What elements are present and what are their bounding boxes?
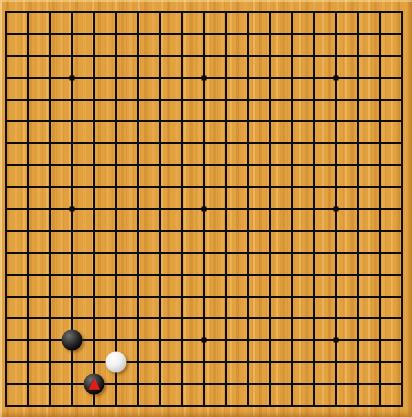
intersection-R15[interactable] bbox=[347, 89, 369, 111]
intersection-J10[interactable] bbox=[171, 198, 193, 220]
intersection-T7[interactable] bbox=[391, 264, 412, 286]
intersection-T12[interactable] bbox=[391, 154, 412, 176]
black-stone-D4[interactable] bbox=[62, 330, 83, 351]
intersection-Q14[interactable] bbox=[325, 110, 347, 132]
intersection-B14[interactable] bbox=[17, 110, 39, 132]
intersection-K19[interactable] bbox=[193, 1, 215, 23]
intersection-F2[interactable] bbox=[105, 373, 127, 395]
intersection-G15[interactable] bbox=[127, 89, 149, 111]
intersection-P2[interactable] bbox=[303, 373, 325, 395]
intersection-P3[interactable] bbox=[303, 351, 325, 373]
intersection-E9[interactable] bbox=[83, 220, 105, 242]
intersection-F18[interactable] bbox=[105, 23, 127, 45]
intersection-H7[interactable] bbox=[149, 264, 171, 286]
black-stone-E2[interactable]: ▲ bbox=[84, 374, 105, 395]
intersection-E10[interactable] bbox=[83, 198, 105, 220]
intersection-Q11[interactable] bbox=[325, 176, 347, 198]
intersection-F1[interactable] bbox=[105, 395, 127, 417]
intersection-L19[interactable] bbox=[215, 1, 237, 23]
intersection-C2[interactable] bbox=[39, 373, 61, 395]
intersection-R6[interactable] bbox=[347, 286, 369, 308]
intersection-B9[interactable] bbox=[17, 220, 39, 242]
intersection-C1[interactable] bbox=[39, 395, 61, 417]
intersection-H16[interactable] bbox=[149, 67, 171, 89]
intersection-P17[interactable] bbox=[303, 45, 325, 67]
intersection-Q15[interactable] bbox=[325, 89, 347, 111]
intersection-H18[interactable] bbox=[149, 23, 171, 45]
intersection-M7[interactable] bbox=[237, 264, 259, 286]
intersection-O14[interactable] bbox=[281, 110, 303, 132]
intersection-K4[interactable] bbox=[193, 329, 215, 351]
intersection-H4[interactable] bbox=[149, 329, 171, 351]
intersection-H8[interactable] bbox=[149, 242, 171, 264]
intersection-H5[interactable] bbox=[149, 307, 171, 329]
intersection-E19[interactable] bbox=[83, 1, 105, 23]
intersection-R8[interactable] bbox=[347, 242, 369, 264]
intersection-L6[interactable] bbox=[215, 286, 237, 308]
intersection-T8[interactable] bbox=[391, 242, 412, 264]
intersection-L1[interactable] bbox=[215, 395, 237, 417]
intersection-R1[interactable] bbox=[347, 395, 369, 417]
intersection-B4[interactable] bbox=[17, 329, 39, 351]
intersection-Q4[interactable] bbox=[325, 329, 347, 351]
intersection-E1[interactable] bbox=[83, 395, 105, 417]
intersection-K13[interactable] bbox=[193, 132, 215, 154]
intersection-K8[interactable] bbox=[193, 242, 215, 264]
intersection-R17[interactable] bbox=[347, 45, 369, 67]
intersection-A10[interactable] bbox=[0, 198, 17, 220]
intersection-Q5[interactable] bbox=[325, 307, 347, 329]
intersection-L15[interactable] bbox=[215, 89, 237, 111]
intersection-A15[interactable] bbox=[0, 89, 17, 111]
intersection-S1[interactable] bbox=[369, 395, 391, 417]
intersection-Q17[interactable] bbox=[325, 45, 347, 67]
intersection-R3[interactable] bbox=[347, 351, 369, 373]
intersection-D17[interactable] bbox=[61, 45, 83, 67]
intersection-Q16[interactable] bbox=[325, 67, 347, 89]
intersection-J15[interactable] bbox=[171, 89, 193, 111]
intersection-D13[interactable] bbox=[61, 132, 83, 154]
intersection-M10[interactable] bbox=[237, 198, 259, 220]
intersection-N16[interactable] bbox=[259, 67, 281, 89]
intersection-Q7[interactable] bbox=[325, 264, 347, 286]
intersection-F12[interactable] bbox=[105, 154, 127, 176]
intersection-G5[interactable] bbox=[127, 307, 149, 329]
intersection-M8[interactable] bbox=[237, 242, 259, 264]
intersection-S9[interactable] bbox=[369, 220, 391, 242]
intersection-R10[interactable] bbox=[347, 198, 369, 220]
intersection-N5[interactable] bbox=[259, 307, 281, 329]
intersection-A9[interactable] bbox=[0, 220, 17, 242]
intersection-L18[interactable] bbox=[215, 23, 237, 45]
intersection-O4[interactable] bbox=[281, 329, 303, 351]
intersection-C8[interactable] bbox=[39, 242, 61, 264]
intersection-G7[interactable] bbox=[127, 264, 149, 286]
intersection-H17[interactable] bbox=[149, 45, 171, 67]
intersection-N15[interactable] bbox=[259, 89, 281, 111]
intersection-B16[interactable] bbox=[17, 67, 39, 89]
intersection-L17[interactable] bbox=[215, 45, 237, 67]
intersection-H2[interactable] bbox=[149, 373, 171, 395]
intersection-Q1[interactable] bbox=[325, 395, 347, 417]
intersection-F7[interactable] bbox=[105, 264, 127, 286]
intersection-L10[interactable] bbox=[215, 198, 237, 220]
intersection-H11[interactable] bbox=[149, 176, 171, 198]
intersection-J7[interactable] bbox=[171, 264, 193, 286]
intersection-G11[interactable] bbox=[127, 176, 149, 198]
intersection-R19[interactable] bbox=[347, 1, 369, 23]
intersection-G14[interactable] bbox=[127, 110, 149, 132]
intersection-S18[interactable] bbox=[369, 23, 391, 45]
intersection-H6[interactable] bbox=[149, 286, 171, 308]
intersection-N11[interactable] bbox=[259, 176, 281, 198]
intersection-J4[interactable] bbox=[171, 329, 193, 351]
intersection-E13[interactable] bbox=[83, 132, 105, 154]
intersection-S12[interactable] bbox=[369, 154, 391, 176]
intersection-K3[interactable] bbox=[193, 351, 215, 373]
intersection-S2[interactable] bbox=[369, 373, 391, 395]
intersection-F5[interactable] bbox=[105, 307, 127, 329]
intersection-N2[interactable] bbox=[259, 373, 281, 395]
intersection-E3[interactable] bbox=[83, 351, 105, 373]
intersection-J19[interactable] bbox=[171, 1, 193, 23]
intersection-N12[interactable] bbox=[259, 154, 281, 176]
intersection-E12[interactable] bbox=[83, 154, 105, 176]
intersection-T4[interactable] bbox=[391, 329, 412, 351]
intersection-J17[interactable] bbox=[171, 45, 193, 67]
intersection-S10[interactable] bbox=[369, 198, 391, 220]
intersection-H1[interactable] bbox=[149, 395, 171, 417]
intersection-Q6[interactable] bbox=[325, 286, 347, 308]
intersection-A3[interactable] bbox=[0, 351, 17, 373]
intersection-M17[interactable] bbox=[237, 45, 259, 67]
intersection-B11[interactable] bbox=[17, 176, 39, 198]
intersection-B8[interactable] bbox=[17, 242, 39, 264]
intersection-M4[interactable] bbox=[237, 329, 259, 351]
intersection-K5[interactable] bbox=[193, 307, 215, 329]
intersection-E8[interactable] bbox=[83, 242, 105, 264]
intersection-A2[interactable] bbox=[0, 373, 17, 395]
intersection-M11[interactable] bbox=[237, 176, 259, 198]
intersection-J11[interactable] bbox=[171, 176, 193, 198]
intersection-G2[interactable] bbox=[127, 373, 149, 395]
intersection-H19[interactable] bbox=[149, 1, 171, 23]
intersection-T6[interactable] bbox=[391, 286, 412, 308]
intersection-D12[interactable] bbox=[61, 154, 83, 176]
intersection-T14[interactable] bbox=[391, 110, 412, 132]
intersection-S3[interactable] bbox=[369, 351, 391, 373]
intersection-G17[interactable] bbox=[127, 45, 149, 67]
intersection-O11[interactable] bbox=[281, 176, 303, 198]
intersection-O6[interactable] bbox=[281, 286, 303, 308]
intersection-D16[interactable] bbox=[61, 67, 83, 89]
intersection-T10[interactable] bbox=[391, 198, 412, 220]
intersection-B13[interactable] bbox=[17, 132, 39, 154]
intersection-S16[interactable] bbox=[369, 67, 391, 89]
intersection-B3[interactable] bbox=[17, 351, 39, 373]
intersection-D10[interactable] bbox=[61, 198, 83, 220]
intersection-O7[interactable] bbox=[281, 264, 303, 286]
intersection-N18[interactable] bbox=[259, 23, 281, 45]
intersection-A14[interactable] bbox=[0, 110, 17, 132]
intersection-M13[interactable] bbox=[237, 132, 259, 154]
intersection-T19[interactable] bbox=[391, 1, 412, 23]
intersection-M15[interactable] bbox=[237, 89, 259, 111]
intersection-J6[interactable] bbox=[171, 286, 193, 308]
intersection-S11[interactable] bbox=[369, 176, 391, 198]
intersection-D1[interactable] bbox=[61, 395, 83, 417]
intersection-H9[interactable] bbox=[149, 220, 171, 242]
intersection-J12[interactable] bbox=[171, 154, 193, 176]
intersection-C15[interactable] bbox=[39, 89, 61, 111]
intersection-O15[interactable] bbox=[281, 89, 303, 111]
intersection-M9[interactable] bbox=[237, 220, 259, 242]
intersection-J5[interactable] bbox=[171, 307, 193, 329]
intersection-M19[interactable] bbox=[237, 1, 259, 23]
intersection-F17[interactable] bbox=[105, 45, 127, 67]
intersection-K7[interactable] bbox=[193, 264, 215, 286]
intersection-P14[interactable] bbox=[303, 110, 325, 132]
intersection-A18[interactable] bbox=[0, 23, 17, 45]
intersection-D19[interactable] bbox=[61, 1, 83, 23]
intersection-Q19[interactable] bbox=[325, 1, 347, 23]
intersection-B7[interactable] bbox=[17, 264, 39, 286]
intersection-L7[interactable] bbox=[215, 264, 237, 286]
intersection-N14[interactable] bbox=[259, 110, 281, 132]
intersection-O16[interactable] bbox=[281, 67, 303, 89]
intersection-K2[interactable] bbox=[193, 373, 215, 395]
intersection-D8[interactable] bbox=[61, 242, 83, 264]
intersection-C10[interactable] bbox=[39, 198, 61, 220]
intersection-N10[interactable] bbox=[259, 198, 281, 220]
intersection-G9[interactable] bbox=[127, 220, 149, 242]
intersection-R7[interactable] bbox=[347, 264, 369, 286]
intersection-K18[interactable] bbox=[193, 23, 215, 45]
intersection-H3[interactable] bbox=[149, 351, 171, 373]
intersection-T5[interactable] bbox=[391, 307, 412, 329]
intersection-S4[interactable] bbox=[369, 329, 391, 351]
intersection-S6[interactable] bbox=[369, 286, 391, 308]
intersection-N6[interactable] bbox=[259, 286, 281, 308]
intersection-L9[interactable] bbox=[215, 220, 237, 242]
intersection-D3[interactable] bbox=[61, 351, 83, 373]
intersection-A7[interactable] bbox=[0, 264, 17, 286]
intersection-F13[interactable] bbox=[105, 132, 127, 154]
intersection-N13[interactable] bbox=[259, 132, 281, 154]
intersection-H10[interactable] bbox=[149, 198, 171, 220]
intersection-H12[interactable] bbox=[149, 154, 171, 176]
intersection-T11[interactable] bbox=[391, 176, 412, 198]
intersection-T2[interactable] bbox=[391, 373, 412, 395]
intersection-S15[interactable] bbox=[369, 89, 391, 111]
intersection-O12[interactable] bbox=[281, 154, 303, 176]
intersection-C19[interactable] bbox=[39, 1, 61, 23]
intersection-F6[interactable] bbox=[105, 286, 127, 308]
intersection-R18[interactable] bbox=[347, 23, 369, 45]
intersection-F11[interactable] bbox=[105, 176, 127, 198]
intersection-O18[interactable] bbox=[281, 23, 303, 45]
intersection-G12[interactable] bbox=[127, 154, 149, 176]
intersection-Q2[interactable] bbox=[325, 373, 347, 395]
intersection-C14[interactable] bbox=[39, 110, 61, 132]
intersection-H14[interactable] bbox=[149, 110, 171, 132]
intersection-P19[interactable] bbox=[303, 1, 325, 23]
intersection-R13[interactable] bbox=[347, 132, 369, 154]
intersection-P15[interactable] bbox=[303, 89, 325, 111]
intersection-L14[interactable] bbox=[215, 110, 237, 132]
intersection-T18[interactable] bbox=[391, 23, 412, 45]
intersection-K15[interactable] bbox=[193, 89, 215, 111]
intersection-J14[interactable] bbox=[171, 110, 193, 132]
intersection-K16[interactable] bbox=[193, 67, 215, 89]
intersection-D15[interactable] bbox=[61, 89, 83, 111]
intersection-F4[interactable] bbox=[105, 329, 127, 351]
intersection-O19[interactable] bbox=[281, 1, 303, 23]
intersection-J1[interactable] bbox=[171, 395, 193, 417]
intersection-P5[interactable] bbox=[303, 307, 325, 329]
intersection-E2[interactable]: ▲ bbox=[83, 373, 105, 395]
intersection-F10[interactable] bbox=[105, 198, 127, 220]
intersection-P9[interactable] bbox=[303, 220, 325, 242]
intersection-K12[interactable] bbox=[193, 154, 215, 176]
intersection-G4[interactable] bbox=[127, 329, 149, 351]
intersection-C9[interactable] bbox=[39, 220, 61, 242]
intersection-Q10[interactable] bbox=[325, 198, 347, 220]
intersection-M1[interactable] bbox=[237, 395, 259, 417]
intersection-F9[interactable] bbox=[105, 220, 127, 242]
intersection-B19[interactable] bbox=[17, 1, 39, 23]
intersection-B5[interactable] bbox=[17, 307, 39, 329]
intersection-S14[interactable] bbox=[369, 110, 391, 132]
intersection-A11[interactable] bbox=[0, 176, 17, 198]
intersection-G13[interactable] bbox=[127, 132, 149, 154]
intersection-C5[interactable] bbox=[39, 307, 61, 329]
intersection-D6[interactable] bbox=[61, 286, 83, 308]
intersection-K9[interactable] bbox=[193, 220, 215, 242]
intersection-O9[interactable] bbox=[281, 220, 303, 242]
intersection-O10[interactable] bbox=[281, 198, 303, 220]
intersection-M5[interactable] bbox=[237, 307, 259, 329]
intersection-F3[interactable] bbox=[105, 351, 127, 373]
intersection-G18[interactable] bbox=[127, 23, 149, 45]
intersection-L4[interactable] bbox=[215, 329, 237, 351]
intersection-P6[interactable] bbox=[303, 286, 325, 308]
intersection-G8[interactable] bbox=[127, 242, 149, 264]
intersection-R9[interactable] bbox=[347, 220, 369, 242]
intersection-Q3[interactable] bbox=[325, 351, 347, 373]
intersection-D5[interactable] bbox=[61, 307, 83, 329]
intersection-O8[interactable] bbox=[281, 242, 303, 264]
intersection-T9[interactable] bbox=[391, 220, 412, 242]
intersection-S19[interactable] bbox=[369, 1, 391, 23]
intersection-E14[interactable] bbox=[83, 110, 105, 132]
intersection-K17[interactable] bbox=[193, 45, 215, 67]
intersection-A19[interactable] bbox=[0, 1, 17, 23]
intersection-R5[interactable] bbox=[347, 307, 369, 329]
intersection-P12[interactable] bbox=[303, 154, 325, 176]
intersection-Q13[interactable] bbox=[325, 132, 347, 154]
intersection-P7[interactable] bbox=[303, 264, 325, 286]
intersection-K6[interactable] bbox=[193, 286, 215, 308]
intersection-T3[interactable] bbox=[391, 351, 412, 373]
intersection-P1[interactable] bbox=[303, 395, 325, 417]
intersection-S7[interactable] bbox=[369, 264, 391, 286]
intersection-C12[interactable] bbox=[39, 154, 61, 176]
intersection-K10[interactable] bbox=[193, 198, 215, 220]
intersection-C6[interactable] bbox=[39, 286, 61, 308]
intersection-D2[interactable] bbox=[61, 373, 83, 395]
intersection-M18[interactable] bbox=[237, 23, 259, 45]
intersection-C7[interactable] bbox=[39, 264, 61, 286]
intersection-D4[interactable] bbox=[61, 329, 83, 351]
intersection-A13[interactable] bbox=[0, 132, 17, 154]
intersection-C13[interactable] bbox=[39, 132, 61, 154]
intersection-N3[interactable] bbox=[259, 351, 281, 373]
intersection-P8[interactable] bbox=[303, 242, 325, 264]
intersection-A6[interactable] bbox=[0, 286, 17, 308]
intersection-L2[interactable] bbox=[215, 373, 237, 395]
intersection-C3[interactable] bbox=[39, 351, 61, 373]
intersection-N19[interactable] bbox=[259, 1, 281, 23]
intersection-J16[interactable] bbox=[171, 67, 193, 89]
intersection-N17[interactable] bbox=[259, 45, 281, 67]
intersection-N1[interactable] bbox=[259, 395, 281, 417]
intersection-C4[interactable] bbox=[39, 329, 61, 351]
intersection-A1[interactable] bbox=[0, 395, 17, 417]
intersection-C18[interactable] bbox=[39, 23, 61, 45]
intersection-P16[interactable] bbox=[303, 67, 325, 89]
intersection-C16[interactable] bbox=[39, 67, 61, 89]
intersection-E18[interactable] bbox=[83, 23, 105, 45]
intersection-F8[interactable] bbox=[105, 242, 127, 264]
intersection-T13[interactable] bbox=[391, 132, 412, 154]
intersection-O5[interactable] bbox=[281, 307, 303, 329]
intersection-O13[interactable] bbox=[281, 132, 303, 154]
intersection-L12[interactable] bbox=[215, 154, 237, 176]
intersection-E16[interactable] bbox=[83, 67, 105, 89]
intersection-E7[interactable] bbox=[83, 264, 105, 286]
intersection-A12[interactable] bbox=[0, 154, 17, 176]
intersection-B18[interactable] bbox=[17, 23, 39, 45]
intersection-J3[interactable] bbox=[171, 351, 193, 373]
intersection-S5[interactable] bbox=[369, 307, 391, 329]
intersection-N8[interactable] bbox=[259, 242, 281, 264]
intersection-E11[interactable] bbox=[83, 176, 105, 198]
intersection-L3[interactable] bbox=[215, 351, 237, 373]
intersection-A16[interactable] bbox=[0, 67, 17, 89]
intersection-G10[interactable] bbox=[127, 198, 149, 220]
intersection-K1[interactable] bbox=[193, 395, 215, 417]
intersection-Q9[interactable] bbox=[325, 220, 347, 242]
intersection-L16[interactable] bbox=[215, 67, 237, 89]
intersection-K14[interactable] bbox=[193, 110, 215, 132]
intersection-G3[interactable] bbox=[127, 351, 149, 373]
intersection-G16[interactable] bbox=[127, 67, 149, 89]
intersection-M6[interactable] bbox=[237, 286, 259, 308]
intersection-R16[interactable] bbox=[347, 67, 369, 89]
intersection-O2[interactable] bbox=[281, 373, 303, 395]
intersection-M12[interactable] bbox=[237, 154, 259, 176]
white-stone-F3[interactable] bbox=[106, 352, 127, 373]
intersection-M2[interactable] bbox=[237, 373, 259, 395]
intersection-J13[interactable] bbox=[171, 132, 193, 154]
intersection-J8[interactable] bbox=[171, 242, 193, 264]
intersection-F16[interactable] bbox=[105, 67, 127, 89]
intersection-Q18[interactable] bbox=[325, 23, 347, 45]
intersection-H15[interactable] bbox=[149, 89, 171, 111]
intersection-L8[interactable] bbox=[215, 242, 237, 264]
intersection-D18[interactable] bbox=[61, 23, 83, 45]
